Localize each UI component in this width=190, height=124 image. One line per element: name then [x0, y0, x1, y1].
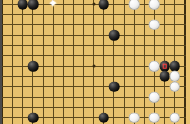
- star-point: [92, 65, 95, 68]
- grid-line-vertical: [12, 0, 13, 124]
- black-stone[interactable]: [169, 61, 180, 72]
- black-stone[interactable]: [28, 0, 39, 9]
- white-stone[interactable]: [149, 0, 160, 9]
- grid-line-vertical: [103, 0, 104, 124]
- sparkle-marker-icon: ✦: [49, 0, 58, 9]
- grid-line-vertical: [63, 0, 64, 124]
- grid-line-vertical: [22, 0, 23, 124]
- white-stone[interactable]: [129, 0, 140, 9]
- black-stone[interactable]: [159, 71, 170, 82]
- grid-line-horizontal: [2, 76, 186, 77]
- grid-line-vertical: [2, 0, 4, 124]
- white-stone[interactable]: [149, 61, 160, 72]
- grid-line-vertical: [184, 0, 186, 124]
- black-stone[interactable]: [28, 113, 39, 124]
- grid-line-vertical: [134, 0, 135, 124]
- grid-line-vertical: [93, 0, 94, 124]
- white-stone[interactable]: [169, 71, 180, 82]
- left-window-edge: [0, 0, 2, 124]
- grid-line-horizontal: [2, 55, 186, 56]
- white-stone[interactable]: [149, 19, 160, 30]
- grid-line-vertical: [113, 0, 114, 124]
- grid-line-horizontal: [2, 45, 186, 46]
- last-move-marker: [162, 64, 167, 69]
- grid-line-horizontal: [2, 14, 186, 15]
- black-stone[interactable]: [28, 61, 39, 72]
- grid-line-vertical: [124, 0, 125, 124]
- black-stone[interactable]: [109, 82, 120, 93]
- go-board[interactable]: ✦: [0, 0, 190, 124]
- grid-line-vertical: [73, 0, 74, 124]
- star-point: [92, 3, 95, 6]
- white-stone[interactable]: [169, 82, 180, 93]
- white-stone[interactable]: [169, 113, 180, 124]
- white-stone[interactable]: [129, 113, 140, 124]
- black-stone[interactable]: [99, 113, 110, 124]
- grid-line-horizontal: [2, 86, 186, 87]
- grid-line-vertical: [43, 0, 44, 124]
- grid-line-vertical: [144, 0, 145, 124]
- go-board-grid[interactable]: ✦: [0, 0, 190, 124]
- white-stone[interactable]: [149, 92, 160, 103]
- white-stone[interactable]: [149, 113, 160, 124]
- grid-line-horizontal: [2, 35, 186, 36]
- grid-line-horizontal: [2, 107, 186, 108]
- black-stone[interactable]: [18, 0, 29, 9]
- black-stone[interactable]: [99, 0, 110, 9]
- grid-line-vertical: [53, 0, 54, 124]
- grid-line-vertical: [83, 0, 84, 124]
- black-stone[interactable]: [109, 30, 120, 41]
